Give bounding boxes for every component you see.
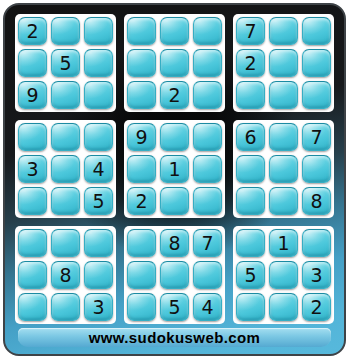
- sudoku-grid: 2592723459126788387541532: [15, 14, 334, 324]
- cell-r2c5[interactable]: [160, 49, 189, 77]
- cell-r9c4[interactable]: [127, 293, 156, 321]
- cell-r6c6[interactable]: [193, 187, 222, 215]
- cell-r9c3[interactable]: 3: [84, 293, 113, 321]
- cell-r3c8[interactable]: [269, 81, 298, 109]
- cell-r5c1[interactable]: 3: [18, 155, 47, 183]
- block-3-2: 8754: [124, 226, 225, 324]
- cell-r1c4[interactable]: [127, 17, 156, 45]
- cell-r3c9[interactable]: [302, 81, 331, 109]
- cell-r9c6[interactable]: 4: [193, 293, 222, 321]
- cell-r5c4[interactable]: [127, 155, 156, 183]
- block-1-3: 72: [233, 14, 334, 112]
- cell-r5c6[interactable]: [193, 155, 222, 183]
- cell-r8c2[interactable]: 8: [51, 261, 80, 289]
- cell-r9c7[interactable]: [236, 293, 265, 321]
- cell-r5c7[interactable]: [236, 155, 265, 183]
- cell-r4c8[interactable]: [269, 123, 298, 151]
- cell-r5c9[interactable]: [302, 155, 331, 183]
- cell-r8c1[interactable]: [18, 261, 47, 289]
- cell-r1c3[interactable]: [84, 17, 113, 45]
- cell-r2c2[interactable]: 5: [51, 49, 80, 77]
- cell-r5c5[interactable]: 1: [160, 155, 189, 183]
- cell-r8c8[interactable]: [269, 261, 298, 289]
- cell-r7c3[interactable]: [84, 229, 113, 257]
- cell-r8c6[interactable]: [193, 261, 222, 289]
- footer-bar: www.sudokusweb.com: [18, 328, 331, 347]
- cell-r5c3[interactable]: 4: [84, 155, 113, 183]
- cell-r1c8[interactable]: [269, 17, 298, 45]
- block-3-1: 83: [15, 226, 116, 324]
- cell-r6c7[interactable]: [236, 187, 265, 215]
- cell-r7c1[interactable]: [18, 229, 47, 257]
- cell-r4c9[interactable]: 7: [302, 123, 331, 151]
- cell-r4c2[interactable]: [51, 123, 80, 151]
- cell-r3c4[interactable]: [127, 81, 156, 109]
- cell-r4c4[interactable]: 9: [127, 123, 156, 151]
- cell-r8c4[interactable]: [127, 261, 156, 289]
- cell-r2c3[interactable]: [84, 49, 113, 77]
- cell-r7c8[interactable]: 1: [269, 229, 298, 257]
- cell-r9c8[interactable]: [269, 293, 298, 321]
- cell-r7c5[interactable]: 8: [160, 229, 189, 257]
- cell-r3c5[interactable]: 2: [160, 81, 189, 109]
- block-2-1: 345: [15, 120, 116, 218]
- cell-r7c9[interactable]: [302, 229, 331, 257]
- cell-r4c5[interactable]: [160, 123, 189, 151]
- cell-r2c6[interactable]: [193, 49, 222, 77]
- cell-r8c9[interactable]: 3: [302, 261, 331, 289]
- block-3-3: 1532: [233, 226, 334, 324]
- cell-r3c2[interactable]: [51, 81, 80, 109]
- website-link[interactable]: www.sudokusweb.com: [89, 329, 261, 346]
- block-2-2: 912: [124, 120, 225, 218]
- cell-r6c4[interactable]: 2: [127, 187, 156, 215]
- block-1-2: 2: [124, 14, 225, 112]
- cell-r9c5[interactable]: 5: [160, 293, 189, 321]
- cell-r8c5[interactable]: [160, 261, 189, 289]
- cell-r3c7[interactable]: [236, 81, 265, 109]
- cell-r8c3[interactable]: [84, 261, 113, 289]
- cell-r6c1[interactable]: [18, 187, 47, 215]
- cell-r8c7[interactable]: 5: [236, 261, 265, 289]
- block-2-3: 678: [233, 120, 334, 218]
- cell-r3c6[interactable]: [193, 81, 222, 109]
- cell-r9c9[interactable]: 2: [302, 293, 331, 321]
- cell-r4c7[interactable]: 6: [236, 123, 265, 151]
- cell-r1c1[interactable]: 2: [18, 17, 47, 45]
- cell-r2c1[interactable]: [18, 49, 47, 77]
- cell-r1c5[interactable]: [160, 17, 189, 45]
- cell-r6c3[interactable]: 5: [84, 187, 113, 215]
- cell-r1c2[interactable]: [51, 17, 80, 45]
- cell-r2c4[interactable]: [127, 49, 156, 77]
- cell-r4c1[interactable]: [18, 123, 47, 151]
- cell-r4c3[interactable]: [84, 123, 113, 151]
- cell-r3c3[interactable]: [84, 81, 113, 109]
- sudoku-board: 2592723459126788387541532 www.sudokusweb…: [0, 0, 350, 360]
- cell-r2c7[interactable]: 2: [236, 49, 265, 77]
- cell-r3c1[interactable]: 9: [18, 81, 47, 109]
- cell-r1c9[interactable]: [302, 17, 331, 45]
- cell-r2c9[interactable]: [302, 49, 331, 77]
- block-1-1: 259: [15, 14, 116, 112]
- cell-r1c7[interactable]: 7: [236, 17, 265, 45]
- cell-r6c8[interactable]: [269, 187, 298, 215]
- cell-r9c1[interactable]: [18, 293, 47, 321]
- cell-r7c2[interactable]: [51, 229, 80, 257]
- cell-r4c6[interactable]: [193, 123, 222, 151]
- board-frame: 2592723459126788387541532 www.sudokusweb…: [3, 3, 346, 356]
- cell-r6c2[interactable]: [51, 187, 80, 215]
- cell-r2c8[interactable]: [269, 49, 298, 77]
- cell-r6c5[interactable]: [160, 187, 189, 215]
- cell-r5c8[interactable]: [269, 155, 298, 183]
- cell-r7c6[interactable]: 7: [193, 229, 222, 257]
- cell-r1c6[interactable]: [193, 17, 222, 45]
- cell-r6c9[interactable]: 8: [302, 187, 331, 215]
- cell-r7c7[interactable]: [236, 229, 265, 257]
- cell-r5c2[interactable]: [51, 155, 80, 183]
- cell-r7c4[interactable]: [127, 229, 156, 257]
- cell-r9c2[interactable]: [51, 293, 80, 321]
